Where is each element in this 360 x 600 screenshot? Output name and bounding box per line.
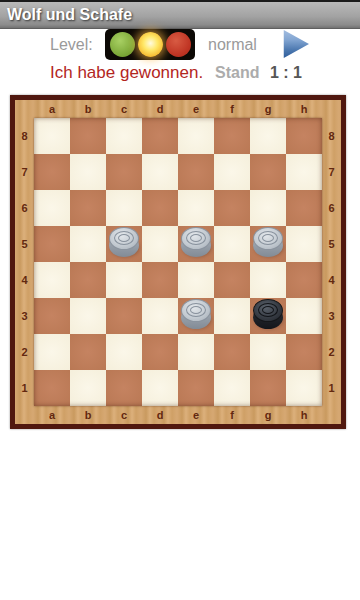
square-c4[interactable] (106, 262, 142, 298)
score-label: Stand (215, 64, 259, 82)
square-c7[interactable] (106, 154, 142, 190)
piece-ring-inner (190, 234, 202, 242)
file-label-d-bottom: d (142, 406, 178, 424)
square-g8[interactable] (250, 118, 286, 154)
rank-label-4-right: 4 (322, 262, 341, 298)
square-f3[interactable] (214, 298, 250, 334)
square-c2[interactable] (106, 334, 142, 370)
piece-top (109, 227, 139, 250)
square-e4[interactable] (178, 262, 214, 298)
square-g6[interactable] (250, 190, 286, 226)
rank-label-6-right: 6 (322, 190, 341, 226)
square-a7[interactable] (34, 154, 70, 190)
square-b1[interactable] (70, 370, 106, 406)
square-d8[interactable] (142, 118, 178, 154)
square-a2[interactable] (34, 334, 70, 370)
rank-label-6-left: 6 (15, 190, 34, 226)
square-g1[interactable] (250, 370, 286, 406)
piece-white-e5[interactable] (181, 227, 211, 258)
square-d2[interactable] (142, 334, 178, 370)
square-h3[interactable] (286, 298, 322, 334)
square-b2[interactable] (70, 334, 106, 370)
square-d7[interactable] (142, 154, 178, 190)
rank-label-3-left: 3 (15, 298, 34, 334)
level-traffic-light[interactable] (105, 29, 195, 60)
square-g7[interactable] (250, 154, 286, 190)
board-grid: abcdefgh8877665544332211abcdefgh (15, 100, 341, 424)
file-label-e-top: e (178, 100, 214, 118)
file-label-a-bottom: a (34, 406, 70, 424)
square-a1[interactable] (34, 370, 70, 406)
rank-label-2-right: 2 (322, 334, 341, 370)
rank-label-7-left: 7 (15, 154, 34, 190)
square-e3[interactable] (178, 298, 214, 334)
rank-label-4-left: 4 (15, 262, 34, 298)
square-c1[interactable] (106, 370, 142, 406)
file-label-b-top: b (70, 100, 106, 118)
frame-corner (15, 100, 34, 118)
square-b3[interactable] (70, 298, 106, 334)
square-a5[interactable] (34, 226, 70, 262)
file-label-b-bottom: b (70, 406, 106, 424)
square-d5[interactable] (142, 226, 178, 262)
square-a4[interactable] (34, 262, 70, 298)
piece-top (253, 227, 283, 250)
app-screen: Wolf und Schafe Level: normal Ich habe g… (0, 0, 360, 600)
traffic-light-red-lamp-icon[interactable] (166, 32, 191, 57)
rank-label-8-left: 8 (15, 118, 34, 154)
piece-black-g3[interactable] (253, 299, 283, 330)
square-e2[interactable] (178, 334, 214, 370)
square-e5[interactable] (178, 226, 214, 262)
app-title: Wolf und Schafe (0, 2, 360, 27)
rank-label-1-right: 1 (322, 370, 341, 406)
square-b6[interactable] (70, 190, 106, 226)
square-e7[interactable] (178, 154, 214, 190)
rank-label-2-left: 2 (15, 334, 34, 370)
traffic-light-yellow-lamp-icon[interactable] (138, 32, 163, 57)
square-g3[interactable] (250, 298, 286, 334)
square-d3[interactable] (142, 298, 178, 334)
square-h6[interactable] (286, 190, 322, 226)
title-bar: Wolf und Schafe (0, 0, 360, 29)
piece-top (181, 227, 211, 250)
square-c6[interactable] (106, 190, 142, 226)
file-label-e-bottom: e (178, 406, 214, 424)
rank-label-3-right: 3 (322, 298, 341, 334)
file-label-h-top: h (286, 100, 322, 118)
play-button[interactable] (283, 30, 309, 58)
play-icon (283, 30, 309, 58)
square-g5[interactable] (250, 226, 286, 262)
square-c5[interactable] (106, 226, 142, 262)
square-a8[interactable] (34, 118, 70, 154)
square-h5[interactable] (286, 226, 322, 262)
square-b5[interactable] (70, 226, 106, 262)
checkers-board: abcdefgh8877665544332211abcdefgh (10, 95, 346, 429)
square-h7[interactable] (286, 154, 322, 190)
square-g2[interactable] (250, 334, 286, 370)
piece-white-e3[interactable] (181, 299, 211, 330)
piece-ring-inner (262, 234, 274, 242)
file-label-f-top: f (214, 100, 250, 118)
square-c8[interactable] (106, 118, 142, 154)
file-label-d-top: d (142, 100, 178, 118)
square-h2[interactable] (286, 334, 322, 370)
frame-corner (15, 406, 34, 424)
frame-corner (322, 100, 341, 118)
square-d1[interactable] (142, 370, 178, 406)
square-d4[interactable] (142, 262, 178, 298)
frame-corner (322, 406, 341, 424)
square-d6[interactable] (142, 190, 178, 226)
square-f5[interactable] (214, 226, 250, 262)
piece-ring-inner (118, 234, 130, 242)
level-label: Level: (50, 36, 93, 54)
square-f1[interactable] (214, 370, 250, 406)
square-h1[interactable] (286, 370, 322, 406)
square-f2[interactable] (214, 334, 250, 370)
rank-label-5-left: 5 (15, 226, 34, 262)
file-label-a-top: a (34, 100, 70, 118)
rank-label-8-right: 8 (322, 118, 341, 154)
game-result-message: Ich habe gewonnen. (50, 63, 203, 83)
square-a3[interactable] (34, 298, 70, 334)
file-label-h-bottom: h (286, 406, 322, 424)
level-value: normal (208, 36, 257, 54)
square-a6[interactable] (34, 190, 70, 226)
score-value: 1 : 1 (270, 64, 302, 82)
piece-ring-inner (190, 306, 202, 314)
square-b7[interactable] (70, 154, 106, 190)
rank-label-1-left: 1 (15, 370, 34, 406)
square-h4[interactable] (286, 262, 322, 298)
file-label-f-bottom: f (214, 406, 250, 424)
traffic-light-green-lamp-icon[interactable] (110, 32, 135, 57)
piece-white-c5[interactable] (109, 227, 139, 258)
square-e6[interactable] (178, 190, 214, 226)
square-e8[interactable] (178, 118, 214, 154)
file-label-g-bottom: g (250, 406, 286, 424)
square-b8[interactable] (70, 118, 106, 154)
piece-top (181, 299, 211, 322)
square-e1[interactable] (178, 370, 214, 406)
square-f8[interactable] (214, 118, 250, 154)
file-label-c-top: c (106, 100, 142, 118)
square-g4[interactable] (250, 262, 286, 298)
square-c3[interactable] (106, 298, 142, 334)
square-f6[interactable] (214, 190, 250, 226)
piece-white-g5[interactable] (253, 227, 283, 258)
square-h8[interactable] (286, 118, 322, 154)
rank-label-7-right: 7 (322, 154, 341, 190)
piece-top (253, 299, 283, 322)
square-f7[interactable] (214, 154, 250, 190)
rank-label-5-right: 5 (322, 226, 341, 262)
file-label-g-top: g (250, 100, 286, 118)
square-f4[interactable] (214, 262, 250, 298)
piece-ring-inner (262, 306, 274, 314)
square-b4[interactable] (70, 262, 106, 298)
file-label-c-bottom: c (106, 406, 142, 424)
